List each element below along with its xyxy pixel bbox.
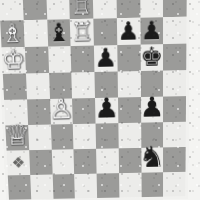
piece-bP-e4[interactable]: ♟: [94, 95, 119, 123]
square-g2[interactable]: ♞: [141, 147, 163, 172]
piece-wQ-a3[interactable]: ♕: [4, 121, 31, 150]
square-g6[interactable]: ♚: [140, 44, 163, 71]
square-f7[interactable]: ♟: [117, 18, 141, 45]
square-g1[interactable]: [141, 172, 163, 197]
square-f6[interactable]: [117, 45, 140, 72]
piece-bP-g4[interactable]: ♟: [139, 94, 164, 122]
piece-bP-g7[interactable]: ♟: [140, 18, 162, 43]
square-e1[interactable]: [97, 173, 120, 198]
square-c7[interactable]: ♝: [47, 19, 71, 46]
square-h6[interactable]: [163, 44, 186, 71]
square-g4[interactable]: ♟: [141, 97, 164, 123]
square-b6[interactable]: [25, 47, 49, 74]
square-a5[interactable]: [3, 73, 27, 99]
square-b1[interactable]: [30, 175, 53, 200]
square-f5[interactable]: [117, 71, 140, 97]
square-c8[interactable]: [46, 0, 70, 20]
piece-wB-a7[interactable]: ♗: [1, 21, 24, 46]
square-e4[interactable]: ♟: [95, 98, 118, 124]
piece-wK-a6[interactable]: ♔: [1, 47, 25, 73]
square-a2[interactable]: ❖: [7, 150, 30, 175]
square-c5[interactable]: [49, 72, 73, 98]
square-a3[interactable]: ♕: [5, 125, 29, 151]
square-a1[interactable]: [8, 175, 31, 200]
square-g8[interactable]: [140, 0, 164, 18]
square-b4[interactable]: [27, 99, 51, 125]
square-c4[interactable]: ♙: [50, 98, 73, 124]
square-e3[interactable]: [96, 123, 119, 149]
square-a4[interactable]: [4, 99, 28, 125]
square-d5[interactable]: [72, 72, 95, 98]
square-c1[interactable]: [52, 174, 75, 199]
square-g3[interactable]: [141, 122, 164, 148]
square-h2[interactable]: [163, 147, 185, 172]
square-a8[interactable]: [0, 0, 23, 21]
square-c2[interactable]: [51, 149, 74, 174]
square-f4[interactable]: [118, 97, 141, 123]
corner-ornament: ❖: [11, 156, 25, 171]
piece-wR-d7[interactable]: ♖: [71, 20, 94, 45]
square-a7[interactable]: ♗: [0, 20, 24, 47]
square-b3[interactable]: [28, 125, 51, 151]
square-b8[interactable]: [22, 0, 46, 20]
square-h3[interactable]: [163, 122, 186, 148]
square-d8[interactable]: ♖: [69, 0, 93, 19]
square-f2[interactable]: [118, 148, 141, 173]
square-e6[interactable]: ♟: [94, 45, 117, 72]
square-g5[interactable]: [140, 71, 163, 98]
square-h4[interactable]: [163, 96, 186, 122]
square-c3[interactable]: [50, 124, 73, 150]
square-g7[interactable]: ♟: [140, 17, 163, 44]
square-e2[interactable]: [96, 148, 119, 173]
square-f1[interactable]: [119, 173, 141, 198]
piece-bP-f7[interactable]: ♟: [117, 19, 139, 44]
square-f8[interactable]: [116, 0, 140, 18]
square-h1[interactable]: [163, 172, 185, 197]
chess-board: ♖♗♝♖♟♟♔♟♚♙♟♟♕❖♞: [0, 0, 187, 200]
piece-bB-c7[interactable]: ♝: [47, 20, 70, 45]
square-h5[interactable]: [163, 70, 186, 97]
square-d1[interactable]: [74, 174, 97, 199]
piece-bK-g6[interactable]: ♚: [140, 44, 163, 70]
square-e8[interactable]: [93, 0, 117, 19]
piece-bP-e6[interactable]: ♟: [94, 45, 117, 71]
square-d7[interactable]: ♖: [70, 19, 94, 46]
piece-wP-c4[interactable]: ♙: [48, 96, 74, 124]
photo-frame: ♖♗♝♖♟♟♔♟♚♙♟♟♕❖♞: [0, 0, 200, 200]
square-f3[interactable]: [118, 123, 141, 149]
square-d3[interactable]: [73, 124, 96, 150]
square-a6[interactable]: ♔: [2, 47, 26, 74]
square-b2[interactable]: [29, 150, 52, 175]
square-c6[interactable]: [48, 46, 72, 73]
square-d6[interactable]: [71, 46, 95, 73]
square-b7[interactable]: [23, 20, 47, 47]
square-e7[interactable]: [93, 18, 117, 45]
square-h7[interactable]: [163, 17, 186, 44]
square-d4[interactable]: [72, 98, 95, 124]
square-e5[interactable]: [94, 72, 117, 98]
square-d2[interactable]: [74, 149, 97, 174]
piece-wR-d8[interactable]: ♖: [70, 0, 92, 18]
square-h8[interactable]: [163, 0, 187, 17]
square-b5[interactable]: [26, 73, 50, 99]
